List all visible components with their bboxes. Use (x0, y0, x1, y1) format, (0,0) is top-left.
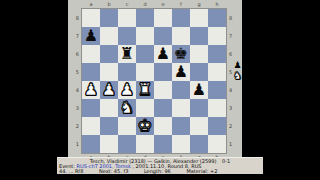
square-b8 (100, 9, 118, 27)
square-a8 (82, 9, 100, 27)
square-b1 (100, 135, 118, 153)
square-b4: ♟ (100, 81, 118, 99)
white-pawn-c4: ♟ (120, 81, 134, 99)
square-a3 (82, 99, 100, 117)
rank-label-4-left: 4 (68, 81, 82, 99)
material-balance: Material: +2 (186, 169, 217, 174)
square-a2 (82, 117, 100, 135)
rank-labels-right: 87654321 (226, 9, 240, 153)
file-label-e-top: e (154, 0, 172, 9)
file-label-a-top: a (82, 0, 100, 9)
white-pawn-b4: ♟ (102, 81, 116, 99)
square-h7 (208, 27, 226, 45)
square-a6 (82, 45, 100, 63)
square-g3 (190, 99, 208, 117)
square-d7 (136, 27, 154, 45)
white-pawn-a4: ♟ (84, 81, 98, 99)
square-d8 (136, 9, 154, 27)
square-c7 (118, 27, 136, 45)
board-frame: abcdefgh 87654321 ♟♜♟♚♟♟♟♟♜♟♞♚ 87654321 … (68, 0, 242, 157)
white-rook-d4: ♜ (138, 81, 152, 99)
square-c4: ♟ (118, 81, 136, 99)
square-b2 (100, 117, 118, 135)
game-length: Length: 96 (144, 169, 171, 174)
rank-label-2-right: 2 (226, 117, 240, 135)
square-h3 (208, 99, 226, 117)
square-e4 (154, 81, 172, 99)
square-h2 (208, 117, 226, 135)
rank-label-1-left: 1 (68, 135, 82, 153)
square-b6 (100, 45, 118, 63)
square-e6: ♟ (154, 45, 172, 63)
file-labels-top: abcdefgh (82, 0, 226, 9)
rank-label-8-left: 8 (68, 9, 82, 27)
file-label-c-top: c (118, 0, 136, 9)
rank-labels-left: 87654321 (68, 9, 82, 153)
game-result: 0-1 (222, 159, 230, 164)
file-label-h-top: h (208, 0, 226, 9)
black-pawn-g4: ♟ (192, 81, 206, 99)
square-h4 (208, 81, 226, 99)
square-g5 (190, 63, 208, 81)
square-a5 (82, 63, 100, 81)
rank-label-3-right: 3 (226, 99, 240, 117)
black-king-f6: ♚ (174, 45, 188, 63)
square-e3 (154, 99, 172, 117)
rank-label-7-right: 7 (226, 27, 240, 45)
square-d1 (136, 135, 154, 153)
square-a4: ♟ (82, 81, 100, 99)
black-pawn-f5: ♟ (174, 63, 188, 81)
material-indicator: ♟ ♞ (232, 60, 243, 81)
black-rook-c6: ♜ (120, 45, 134, 63)
rank-label-2-left: 2 (68, 117, 82, 135)
square-c5 (118, 63, 136, 81)
square-g2 (190, 117, 208, 135)
square-g1 (190, 135, 208, 153)
square-h6 (208, 45, 226, 63)
black-pawn-a7: ♟ (84, 27, 98, 45)
square-g8 (190, 9, 208, 27)
square-d6 (136, 45, 154, 63)
square-a7: ♟ (82, 27, 100, 45)
square-f6: ♚ (172, 45, 190, 63)
square-d4: ♜ (136, 81, 154, 99)
square-c2 (118, 117, 136, 135)
last-move: 44. ... Rf8 (59, 169, 83, 174)
square-d2: ♚ (136, 117, 154, 135)
white-king-d2: ♚ (138, 117, 152, 135)
square-h5 (208, 63, 226, 81)
square-c6: ♜ (118, 45, 136, 63)
white-extra-knight-icon: ♞ (233, 70, 242, 81)
square-d5 (136, 63, 154, 81)
square-f2 (172, 117, 190, 135)
rank-label-7-left: 7 (68, 27, 82, 45)
rank-label-6-left: 6 (68, 45, 82, 63)
rank-label-8-right: 8 (226, 9, 240, 27)
square-f5: ♟ (172, 63, 190, 81)
square-e8 (154, 9, 172, 27)
rank-label-5-left: 5 (68, 63, 82, 81)
square-f1 (172, 135, 190, 153)
file-label-f-top: f (172, 0, 190, 9)
square-b5 (100, 63, 118, 81)
square-f7 (172, 27, 190, 45)
square-e1 (154, 135, 172, 153)
file-label-d-top: d (136, 0, 154, 9)
square-f8 (172, 9, 190, 27)
rank-label-4-right: 4 (226, 81, 240, 99)
chess-board: ♟♜♟♚♟♟♟♟♜♟♞♚ (82, 9, 226, 153)
status-line: 44. ... Rf8 Next: 45. f3 Length: 96 Mate… (57, 169, 263, 174)
square-h1 (208, 135, 226, 153)
file-label-b-top: b (100, 0, 118, 9)
square-g6 (190, 45, 208, 63)
square-e2 (154, 117, 172, 135)
square-e5 (154, 63, 172, 81)
square-g7 (190, 27, 208, 45)
square-d3 (136, 99, 154, 117)
file-label-g-top: g (190, 0, 208, 9)
white-knight-c3: ♞ (120, 99, 134, 117)
rank-label-1-right: 1 (226, 135, 240, 153)
next-move: Next: 45. f3 (99, 169, 128, 174)
square-f4 (172, 81, 190, 99)
black-extra-pawn-icon: ♟ (233, 60, 241, 70)
video-frame[interactable]: abcdefgh 87654321 ♟♜♟♚♟♟♟♟♜♟♞♚ 87654321 … (0, 0, 320, 180)
square-c1 (118, 135, 136, 153)
square-f3 (172, 99, 190, 117)
square-a1 (82, 135, 100, 153)
square-e7 (154, 27, 172, 45)
rank-label-3-left: 3 (68, 99, 82, 117)
square-b3 (100, 99, 118, 117)
square-g4: ♟ (190, 81, 208, 99)
square-c3: ♞ (118, 99, 136, 117)
square-b7 (100, 27, 118, 45)
black-pawn-e6: ♟ (156, 45, 170, 63)
square-c8 (118, 9, 136, 27)
square-h8 (208, 9, 226, 27)
caption-bar: Tesch, Vladimir (2318) — Galkin, Alexand… (57, 157, 263, 174)
